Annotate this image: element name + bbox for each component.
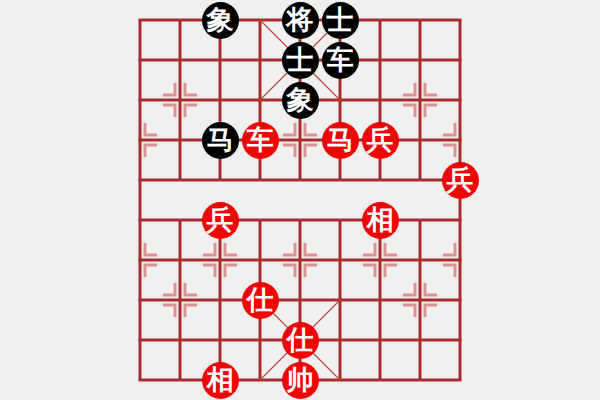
xiangqi-board[interactable]: 象将士士车象马车马兵兵兵相仕仕相帅 <box>120 0 480 400</box>
piece-red-soldier[interactable]: 兵 <box>202 202 239 239</box>
piece-red-general[interactable]: 帅 <box>282 362 319 399</box>
piece-black-horse[interactable]: 马 <box>202 122 239 159</box>
xiangqi-diagram: 象将士士车象马车马兵兵兵相仕仕相帅 <box>0 0 600 400</box>
piece-red-soldier[interactable]: 兵 <box>362 122 399 159</box>
piece-red-elephant[interactable]: 相 <box>202 362 239 399</box>
piece-black-elephant[interactable]: 象 <box>202 2 239 39</box>
piece-red-elephant[interactable]: 相 <box>362 202 399 239</box>
piece-red-advisor[interactable]: 仕 <box>282 322 319 359</box>
piece-black-advisor[interactable]: 士 <box>282 42 319 79</box>
piece-red-chariot[interactable]: 车 <box>242 122 279 159</box>
piece-black-elephant[interactable]: 象 <box>282 82 319 119</box>
piece-black-advisor[interactable]: 士 <box>322 2 359 39</box>
piece-black-chariot[interactable]: 车 <box>322 42 359 79</box>
piece-red-soldier[interactable]: 兵 <box>442 162 479 199</box>
piece-black-general[interactable]: 将 <box>282 2 319 39</box>
piece-red-horse[interactable]: 马 <box>322 122 359 159</box>
piece-red-advisor[interactable]: 仕 <box>242 282 279 319</box>
